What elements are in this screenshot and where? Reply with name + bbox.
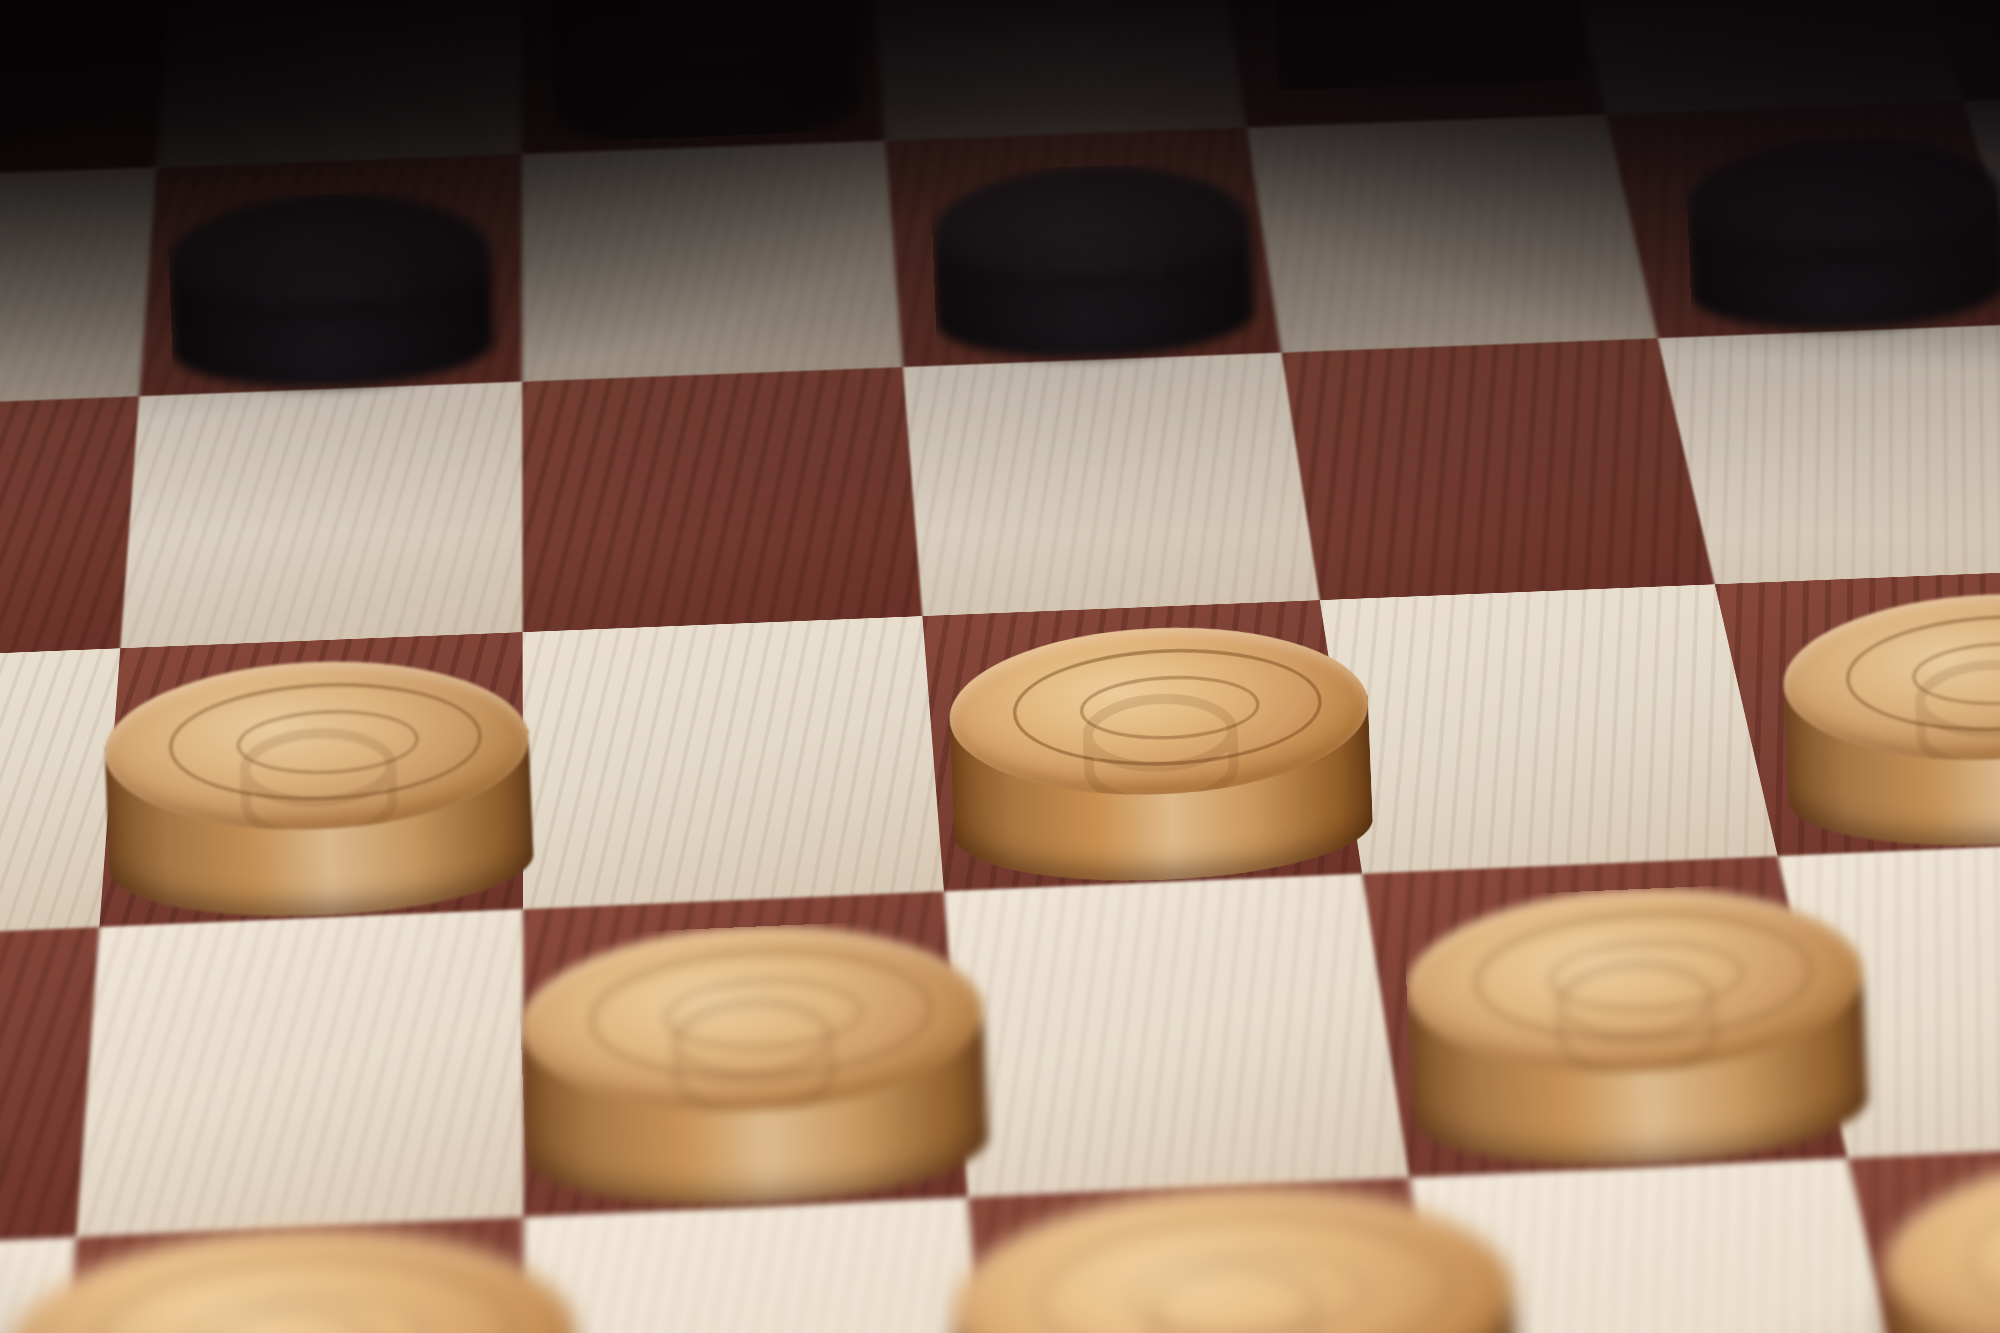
piece-body: ⛀ — [1403, 880, 1870, 1175]
cell-f2: ⛀ — [1367, 859, 1853, 1181]
cell-b2: ⛀ — [0, 930, 104, 1261]
piece-body: ⛀ — [517, 917, 990, 1214]
piece-body: ⛂ — [166, 188, 496, 392]
cell-g6 — [1563, 0, 1968, 117]
cell-g1: ⛀ — [1853, 1142, 2000, 1333]
photo-frame: ⛂⛂⛂⛂⛂⛂⛂⛂⛂⛂⛂⛂⛀⛀⛀⛀⛀⛀⛀⛀⛀⛀⛀⛀ checkers (draug… — [0, 0, 2000, 1333]
cell-e4 — [907, 355, 1324, 619]
cell-c5: ⛂ — [143, 156, 526, 398]
cell-c6 — [160, 0, 526, 169]
cell-d6: ⛂ — [525, 0, 889, 156]
piece-light-man-e1[interactable]: ⛀ — [937, 1172, 1522, 1333]
cell-d5 — [526, 143, 907, 384]
cell-e2 — [949, 877, 1415, 1201]
piece-body: ⛀ — [1881, 1134, 2000, 1333]
cell-g5: ⛂ — [1610, 104, 2000, 341]
cell-f3 — [1324, 587, 1782, 877]
piece-top-face: ⛀ — [949, 1175, 1519, 1333]
cell-f5 — [1251, 117, 1663, 355]
cell-c4 — [124, 384, 526, 651]
piece-black-man-g5[interactable]: ⛂ — [1638, 100, 2000, 334]
piece-body: ⛀ — [947, 620, 1375, 889]
cell-f6: ⛂ — [1219, 0, 1611, 130]
cell-f4 — [1286, 341, 1720, 603]
cell-b4 — [0, 399, 143, 668]
piece-light-man-d2[interactable]: ⛀ — [528, 888, 991, 1214]
piece-black-man-c5[interactable]: ⛂ — [174, 153, 496, 393]
cell-d4 — [526, 369, 927, 634]
cell-e3: ⛀ — [927, 603, 1367, 895]
piece-side-wall — [1991, 0, 2000, 98]
piece-body: ⛂ — [1272, 0, 1581, 124]
cell-e5: ⛂ — [889, 130, 1286, 370]
board-pieces-layer: ⛂⛂⛂⛂⛂⛂⛂⛂⛂⛂⛂⛂⛀⛀⛀⛀⛀⛀⛀⛀⛀⛀⛀⛀ — [0, 0, 2000, 1333]
cell-g4 — [1662, 326, 2000, 587]
cell-e6 — [873, 0, 1251, 143]
piece-body: ⛀ — [949, 1175, 1523, 1333]
piece-body: ⛂ — [1989, 0, 2000, 98]
cell-d3 — [527, 619, 949, 912]
piece-body: ⛀ — [1781, 586, 2000, 853]
draughts-man-glyph: ⛀ — [3, 1226, 581, 1333]
cell-c2 — [81, 912, 529, 1240]
cell-e1: ⛀ — [973, 1181, 1468, 1333]
piece-body: ⛂ — [930, 160, 1256, 363]
cell-d2: ⛀ — [528, 894, 973, 1220]
piece-body: ⛀ — [3, 1217, 586, 1333]
draughts-man-glyph: ⛀ — [949, 1184, 1518, 1333]
piece-black-man-f6[interactable]: ⛂ — [1246, 0, 1581, 124]
piece-body: ⛂ — [0, 0, 131, 177]
cell-c3: ⛀ — [104, 635, 528, 930]
cell-b6: ⛂ — [0, 0, 176, 183]
piece-top-face: ⛀ — [3, 1217, 581, 1333]
piece-body: ⛀ — [102, 653, 536, 924]
piece-body: ⛂ — [1684, 133, 2000, 335]
piece-body: ⛀ — [0, 955, 99, 1254]
piece-body: ⛂ — [547, 0, 860, 150]
piece-light-man-f2[interactable]: ⛀ — [1366, 853, 1869, 1175]
piece-black-man-d6[interactable]: ⛂ — [553, 0, 860, 151]
checkers-scene: ⛂⛂⛂⛂⛂⛂⛂⛂⛂⛂⛂⛂⛀⛀⛀⛀⛀⛀⛀⛀⛀⛀⛀⛀ — [0, 0, 2000, 1333]
piece-light-man-g1[interactable]: ⛀ — [1817, 1133, 2000, 1333]
piece-light-man-e3[interactable]: ⛀ — [934, 597, 1374, 888]
cell-c1: ⛀ — [55, 1220, 529, 1333]
cell-d1 — [528, 1201, 1000, 1333]
piece-light-man-c3[interactable]: ⛀ — [113, 629, 536, 924]
piece-black-man-e5[interactable]: ⛂ — [918, 126, 1255, 363]
piece-black-man-b6[interactable]: ⛂ — [0, 0, 148, 177]
cell-b5 — [0, 169, 160, 413]
